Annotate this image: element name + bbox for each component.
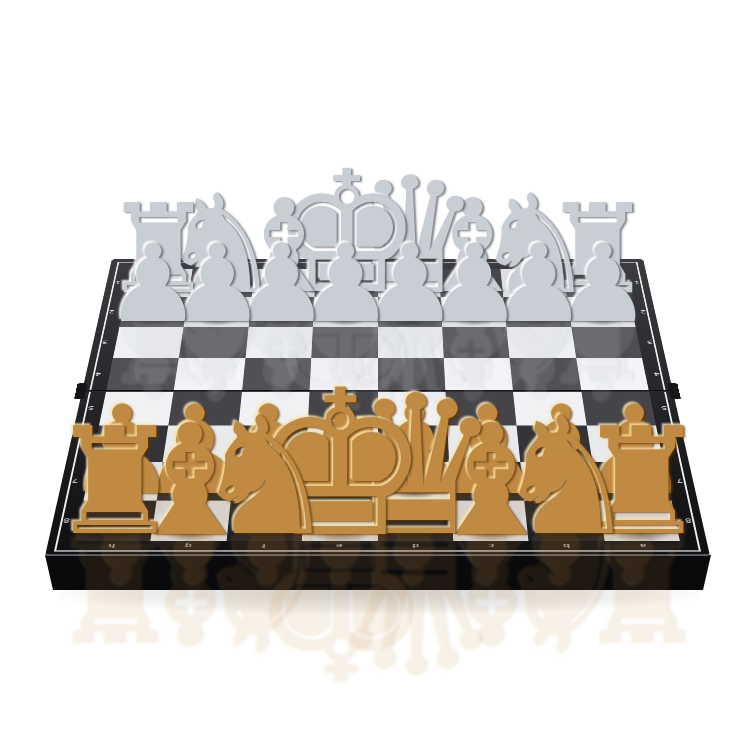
piece-gold-rook-h8: ♜♜ — [41, 409, 189, 557]
piece-silver-pawn-h2: ♟♟ — [99, 230, 207, 338]
piece-glyph: ♜ — [41, 409, 189, 557]
pieces-layer: ♜♜♞♞♝♝♛♛♚♚♝♝♞♞♜♜♟♟♟♟♟♟♟♟♟♟♟♟♟♟♟♟♟♟♟♟♟♟♟♟… — [0, 0, 750, 750]
chess-set-photo: hhggffeeddccbbaa1122334455667788 ♜♜♞♞♝♝♛… — [0, 0, 750, 750]
piece-glyph: ♟ — [99, 230, 207, 338]
